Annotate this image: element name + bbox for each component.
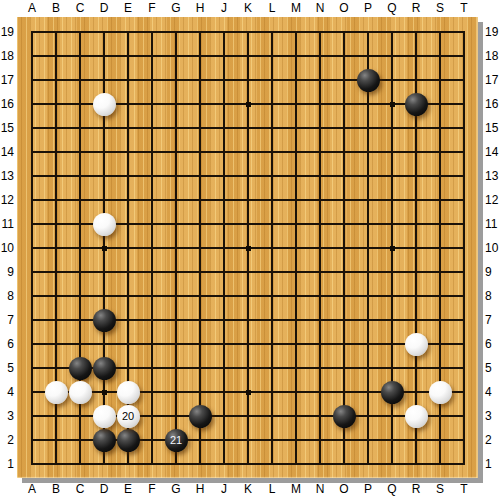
col-label-top-T: T: [452, 1, 476, 16]
stone-black-D5: [93, 357, 116, 380]
stone-black-P17: [357, 69, 380, 92]
col-label-top-H: H: [188, 1, 212, 16]
star-point-D4: [102, 390, 107, 395]
col-label-bottom-G: G: [164, 482, 188, 497]
col-label-bottom-K: K: [236, 482, 260, 497]
star-point-K16: [246, 102, 251, 107]
col-label-bottom-C: C: [68, 482, 92, 497]
row-label-left-16: 16: [0, 96, 14, 112]
stone-black-H3: [189, 405, 212, 428]
row-label-left-5: 5: [0, 360, 14, 376]
stone-black-E2: [117, 429, 140, 452]
col-label-bottom-P: P: [356, 482, 380, 497]
stone-white-D11: [93, 213, 116, 236]
col-label-top-F: F: [140, 1, 164, 16]
go-game-screenshot: 2120 AABBCCDDEEFFGGHHJJKKLLMMNNOOPPQQRRS…: [0, 0, 500, 500]
col-label-top-D: D: [92, 1, 116, 16]
stone-white-C4: [69, 381, 92, 404]
col-label-top-M: M: [284, 1, 308, 16]
stone-black-C5: [69, 357, 92, 380]
row-label-right-6: 6: [485, 336, 500, 352]
row-label-left-8: 8: [0, 288, 14, 304]
move-number-21: 21: [165, 429, 188, 452]
star-point-Q16: [390, 102, 395, 107]
row-label-right-18: 18: [485, 48, 500, 64]
row-label-right-5: 5: [485, 360, 500, 376]
col-label-bottom-N: N: [308, 482, 332, 497]
col-label-bottom-T: T: [452, 482, 476, 497]
row-label-right-14: 14: [485, 144, 500, 160]
row-label-left-3: 3: [0, 408, 14, 424]
star-point-Q10: [390, 246, 395, 251]
col-label-bottom-L: L: [260, 482, 284, 497]
stone-black-D2: [93, 429, 116, 452]
row-label-right-8: 8: [485, 288, 500, 304]
row-label-right-2: 2: [485, 432, 500, 448]
col-label-bottom-S: S: [428, 482, 452, 497]
stone-black-Q4: [381, 381, 404, 404]
col-label-top-N: N: [308, 1, 332, 16]
row-label-right-11: 11: [485, 216, 500, 232]
col-label-bottom-F: F: [140, 482, 164, 497]
col-label-bottom-R: R: [404, 482, 428, 497]
stone-white-R3: [405, 405, 428, 428]
col-label-bottom-H: H: [188, 482, 212, 497]
stone-white-B4: [45, 381, 68, 404]
col-label-top-J: J: [212, 1, 236, 16]
col-label-top-C: C: [68, 1, 92, 16]
row-label-left-18: 18: [0, 48, 14, 64]
col-label-top-Q: Q: [380, 1, 404, 16]
row-label-left-11: 11: [0, 216, 14, 232]
stone-white-E4: [117, 381, 140, 404]
col-label-bottom-D: D: [92, 482, 116, 497]
go-board[interactable]: 2120: [17, 17, 478, 478]
col-label-bottom-A: A: [20, 482, 44, 497]
row-label-right-19: 19: [485, 24, 500, 40]
col-label-bottom-M: M: [284, 482, 308, 497]
row-label-left-10: 10: [0, 240, 14, 256]
stone-white-D3: [93, 405, 116, 428]
stone-black-D7: [93, 309, 116, 332]
row-label-left-9: 9: [0, 264, 14, 280]
row-label-right-4: 4: [485, 384, 500, 400]
stone-black-R16: [405, 93, 428, 116]
row-label-right-7: 7: [485, 312, 500, 328]
stone-white-S4: [429, 381, 452, 404]
col-label-top-B: B: [44, 1, 68, 16]
stone-black-O3: [333, 405, 356, 428]
row-label-left-19: 19: [0, 24, 14, 40]
row-label-right-3: 3: [485, 408, 500, 424]
row-label-left-6: 6: [0, 336, 14, 352]
star-point-K10: [246, 246, 251, 251]
row-label-left-12: 12: [0, 192, 14, 208]
row-label-right-12: 12: [485, 192, 500, 208]
row-label-left-15: 15: [0, 120, 14, 136]
col-label-top-A: A: [20, 1, 44, 16]
col-label-top-S: S: [428, 1, 452, 16]
row-label-right-9: 9: [485, 264, 500, 280]
move-number-20: 20: [117, 405, 140, 428]
col-label-top-G: G: [164, 1, 188, 16]
col-label-bottom-E: E: [116, 482, 140, 497]
col-label-bottom-Q: Q: [380, 482, 404, 497]
col-label-top-R: R: [404, 1, 428, 16]
stone-white-R6: [405, 333, 428, 356]
star-point-D10: [102, 246, 107, 251]
row-label-left-1: 1: [0, 456, 14, 472]
row-label-right-1: 1: [485, 456, 500, 472]
col-label-top-O: O: [332, 1, 356, 16]
row-label-left-7: 7: [0, 312, 14, 328]
row-label-left-14: 14: [0, 144, 14, 160]
col-label-top-L: L: [260, 1, 284, 16]
row-label-right-13: 13: [485, 168, 500, 184]
row-label-right-15: 15: [485, 120, 500, 136]
row-label-left-13: 13: [0, 168, 14, 184]
row-label-left-17: 17: [0, 72, 14, 88]
row-label-right-17: 17: [485, 72, 500, 88]
stone-white-E3: 20: [117, 405, 140, 428]
row-label-left-2: 2: [0, 432, 14, 448]
col-label-bottom-J: J: [212, 482, 236, 497]
col-label-top-E: E: [116, 1, 140, 16]
col-label-bottom-B: B: [44, 482, 68, 497]
col-label-top-K: K: [236, 1, 260, 16]
stone-white-D16: [93, 93, 116, 116]
star-point-K4: [246, 390, 251, 395]
col-label-bottom-O: O: [332, 482, 356, 497]
row-label-right-16: 16: [485, 96, 500, 112]
col-label-top-P: P: [356, 1, 380, 16]
row-label-right-10: 10: [485, 240, 500, 256]
stone-black-G2: 21: [165, 429, 188, 452]
row-label-left-4: 4: [0, 384, 14, 400]
